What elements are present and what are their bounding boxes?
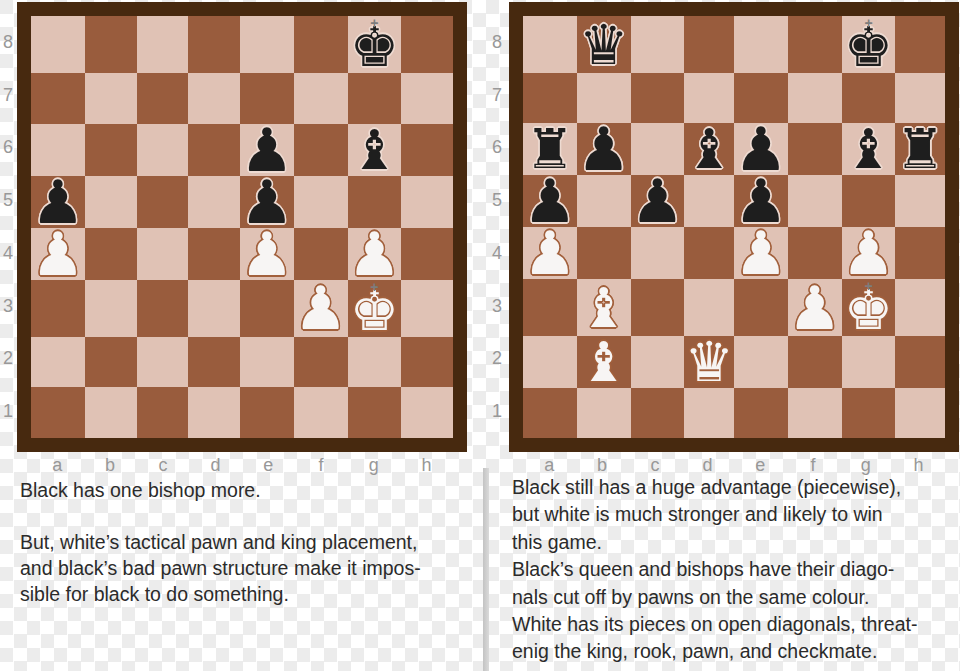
square-b7 bbox=[577, 73, 631, 123]
square-f7 bbox=[294, 73, 348, 124]
caption-line: nals cut off by pawns on the same colour… bbox=[512, 584, 958, 611]
square-g5 bbox=[842, 175, 896, 227]
square-c2 bbox=[137, 337, 189, 388]
white-king: ♚ bbox=[350, 285, 399, 337]
king-cross-marker: + bbox=[348, 280, 402, 294]
black-pawn: ♟ bbox=[631, 175, 685, 227]
black-pawn: ♟ bbox=[734, 123, 788, 175]
square-c7 bbox=[137, 73, 189, 124]
square-b6 bbox=[85, 124, 137, 176]
black-king: ♚ bbox=[844, 21, 893, 73]
square-h7 bbox=[895, 73, 945, 123]
square-c2 bbox=[631, 336, 685, 388]
square-g6: ♝ bbox=[348, 124, 402, 176]
white-pawn: ♟ bbox=[523, 227, 577, 279]
square-c6 bbox=[631, 123, 685, 175]
rank-label-2: 2 bbox=[488, 333, 506, 386]
square-d1 bbox=[684, 388, 734, 438]
black-rook: ♜ bbox=[896, 123, 945, 175]
caption-line: enig the king, rook, pawn, and checkmate… bbox=[512, 638, 958, 665]
square-d4 bbox=[188, 228, 240, 280]
caption-line: But, white’s tactical pawn and king plac… bbox=[20, 529, 482, 555]
square-d2 bbox=[188, 337, 240, 388]
rank-labels-left: 87654321 bbox=[0, 16, 16, 438]
rank-label-8: 8 bbox=[488, 16, 506, 69]
white-pawn: ♟ bbox=[31, 228, 85, 280]
rank-label-7: 7 bbox=[488, 69, 506, 122]
square-g2 bbox=[348, 337, 402, 388]
rank-labels-right: 87654321 bbox=[488, 16, 506, 438]
square-h2 bbox=[895, 336, 945, 388]
file-label-d: d bbox=[189, 453, 242, 477]
chess-board-right: ♛♚+♜♟♝♟♝♜♟♟♟♟♟♟♝♟♚+♝♛ bbox=[509, 2, 959, 452]
square-c8 bbox=[137, 16, 189, 73]
file-label-e: e bbox=[242, 453, 295, 477]
square-f4 bbox=[294, 228, 348, 280]
caption-line: but white is much stronger and likely to… bbox=[512, 501, 958, 528]
square-d6: ♝ bbox=[684, 123, 734, 175]
square-g3: ♚+ bbox=[842, 279, 896, 336]
square-f8 bbox=[294, 16, 348, 73]
file-label-b: b bbox=[84, 453, 137, 477]
square-g3: ♚+ bbox=[348, 280, 402, 337]
square-e3 bbox=[734, 279, 788, 336]
square-f2 bbox=[294, 337, 348, 388]
left-caption: Black has one bishop more. But, white’s … bbox=[20, 477, 482, 607]
square-h3 bbox=[895, 279, 945, 336]
square-h1 bbox=[895, 388, 945, 438]
square-a1 bbox=[31, 387, 85, 438]
king-cross-marker: + bbox=[348, 16, 402, 30]
square-b2 bbox=[85, 337, 137, 388]
square-b8: ♛ bbox=[577, 16, 631, 73]
square-d7 bbox=[684, 73, 734, 123]
white-bishop: ♝ bbox=[579, 282, 628, 334]
square-d3 bbox=[684, 279, 734, 336]
caption-line: Black still has a huge advantage (piecew… bbox=[512, 474, 958, 501]
rank-label-2: 2 bbox=[0, 333, 16, 386]
file-labels-left: abcdefgh bbox=[31, 453, 453, 477]
square-b4 bbox=[85, 228, 137, 280]
square-e4: ♟ bbox=[734, 227, 788, 279]
square-d7 bbox=[188, 73, 240, 124]
square-h4 bbox=[401, 228, 453, 280]
right-caption: Black still has a huge advantage (piecew… bbox=[512, 474, 958, 666]
caption-line: White has its pieces on open diagonals, … bbox=[512, 611, 958, 638]
black-pawn: ♟ bbox=[31, 176, 85, 228]
king-cross-marker: + bbox=[842, 16, 896, 30]
square-c1 bbox=[631, 388, 685, 438]
square-a8 bbox=[523, 16, 577, 73]
square-c8 bbox=[631, 16, 685, 73]
square-f7 bbox=[788, 73, 842, 123]
left-board-block: ♚+♟♝♟♟♟♟♟♟♚+ 87654321 abcdefgh bbox=[17, 2, 467, 452]
square-e5: ♟ bbox=[240, 176, 294, 228]
square-c5 bbox=[137, 176, 189, 228]
square-h2 bbox=[401, 337, 453, 388]
square-h3 bbox=[401, 280, 453, 337]
square-b3 bbox=[85, 280, 137, 337]
square-a4: ♟ bbox=[31, 228, 85, 280]
square-b1 bbox=[85, 387, 137, 438]
rank-label-8: 8 bbox=[0, 16, 16, 69]
square-d5 bbox=[188, 176, 240, 228]
square-g6: ♝ bbox=[842, 123, 896, 175]
square-f8 bbox=[788, 16, 842, 73]
square-f3: ♟ bbox=[788, 279, 842, 336]
black-pawn: ♟ bbox=[734, 175, 788, 227]
rank-label-7: 7 bbox=[0, 69, 16, 122]
square-e8 bbox=[734, 16, 788, 73]
square-c4 bbox=[631, 227, 685, 279]
square-h1 bbox=[401, 387, 453, 438]
square-f1 bbox=[294, 387, 348, 438]
square-d8 bbox=[684, 16, 734, 73]
square-e5: ♟ bbox=[734, 175, 788, 227]
right-board-block: ♛♚+♜♟♝♟♝♜♟♟♟♟♟♟♝♟♚+♝♛ 87654321 abcdefgh bbox=[509, 2, 959, 452]
file-label-a: a bbox=[31, 453, 84, 477]
white-bishop: ♝ bbox=[579, 336, 628, 388]
square-h6: ♜ bbox=[895, 123, 945, 175]
square-h4 bbox=[895, 227, 945, 279]
square-a6: ♜ bbox=[523, 123, 577, 175]
square-d8 bbox=[188, 16, 240, 73]
square-c4 bbox=[137, 228, 189, 280]
square-c3 bbox=[137, 280, 189, 337]
white-queen: ♛ bbox=[685, 336, 734, 388]
square-e2 bbox=[734, 336, 788, 388]
black-queen: ♛ bbox=[579, 19, 628, 71]
square-h6 bbox=[401, 124, 453, 176]
square-g8: ♚+ bbox=[842, 16, 896, 73]
square-h8 bbox=[895, 16, 945, 73]
square-e6: ♟ bbox=[240, 124, 294, 176]
white-pawn: ♟ bbox=[842, 227, 896, 279]
square-b4 bbox=[577, 227, 631, 279]
square-e1 bbox=[734, 388, 788, 438]
file-label-c: c bbox=[137, 453, 190, 477]
square-a8 bbox=[31, 16, 85, 73]
square-h8 bbox=[401, 16, 453, 73]
square-b1 bbox=[577, 388, 631, 438]
black-bishop: ♝ bbox=[350, 124, 399, 176]
square-e4: ♟ bbox=[240, 228, 294, 280]
white-pawn: ♟ bbox=[294, 282, 348, 334]
square-c3 bbox=[631, 279, 685, 336]
square-g1 bbox=[842, 388, 896, 438]
black-pawn: ♟ bbox=[240, 176, 294, 228]
rank-label-3: 3 bbox=[0, 280, 16, 333]
caption-line: sible for black to do something. bbox=[20, 581, 482, 607]
square-f6 bbox=[788, 123, 842, 175]
file-label-f: f bbox=[295, 453, 348, 477]
square-f4 bbox=[788, 227, 842, 279]
square-a1 bbox=[523, 388, 577, 438]
caption-line: Black has one bishop more. bbox=[20, 477, 482, 503]
white-pawn: ♟ bbox=[240, 228, 294, 280]
square-g4: ♟ bbox=[348, 228, 402, 280]
square-d6 bbox=[188, 124, 240, 176]
rank-label-5: 5 bbox=[0, 174, 16, 227]
white-pawn: ♟ bbox=[734, 227, 788, 279]
square-g1 bbox=[348, 387, 402, 438]
black-king: ♚ bbox=[350, 21, 399, 73]
rank-label-5: 5 bbox=[488, 174, 506, 227]
square-g8: ♚+ bbox=[348, 16, 402, 73]
caption-line bbox=[20, 503, 482, 529]
square-c5: ♟ bbox=[631, 175, 685, 227]
square-a2 bbox=[523, 336, 577, 388]
square-d2: ♛ bbox=[684, 336, 734, 388]
chess-board-left: ♚+♟♝♟♟♟♟♟♟♚+ bbox=[17, 2, 467, 452]
square-b3: ♝ bbox=[577, 279, 631, 336]
square-e1 bbox=[240, 387, 294, 438]
square-h7 bbox=[401, 73, 453, 124]
square-d4 bbox=[684, 227, 734, 279]
square-e6: ♟ bbox=[734, 123, 788, 175]
black-pawn: ♟ bbox=[523, 175, 577, 227]
square-a3 bbox=[523, 279, 577, 336]
square-f5 bbox=[294, 176, 348, 228]
square-f1 bbox=[788, 388, 842, 438]
black-rook: ♜ bbox=[525, 123, 574, 175]
square-b8 bbox=[85, 16, 137, 73]
square-a4: ♟ bbox=[523, 227, 577, 279]
square-d3 bbox=[188, 280, 240, 337]
square-b5 bbox=[577, 175, 631, 227]
square-c1 bbox=[137, 387, 189, 438]
square-a7 bbox=[523, 73, 577, 123]
square-d5 bbox=[684, 175, 734, 227]
rank-label-1: 1 bbox=[488, 385, 506, 438]
square-g5 bbox=[348, 176, 402, 228]
rank-label-6: 6 bbox=[488, 122, 506, 175]
rank-label-1: 1 bbox=[0, 385, 16, 438]
black-pawn: ♟ bbox=[240, 124, 294, 176]
square-e8 bbox=[240, 16, 294, 73]
square-a3 bbox=[31, 280, 85, 337]
rank-label-6: 6 bbox=[0, 122, 16, 175]
square-f2 bbox=[788, 336, 842, 388]
caption-divider bbox=[483, 468, 489, 671]
king-cross-marker: + bbox=[842, 279, 896, 293]
square-h5 bbox=[895, 175, 945, 227]
caption-line: and black’s bad pawn structure make it i… bbox=[20, 555, 482, 581]
caption-line: this game. bbox=[512, 529, 958, 556]
rank-label-4: 4 bbox=[488, 227, 506, 280]
square-a5: ♟ bbox=[523, 175, 577, 227]
square-g2 bbox=[842, 336, 896, 388]
square-f6 bbox=[294, 124, 348, 176]
square-b7 bbox=[85, 73, 137, 124]
square-g4: ♟ bbox=[842, 227, 896, 279]
square-a6 bbox=[31, 124, 85, 176]
square-f5 bbox=[788, 175, 842, 227]
black-bishop: ♝ bbox=[844, 123, 893, 175]
square-g7 bbox=[348, 73, 402, 124]
square-f3: ♟ bbox=[294, 280, 348, 337]
square-g7 bbox=[842, 73, 896, 123]
square-c6 bbox=[137, 124, 189, 176]
file-label-g: g bbox=[348, 453, 401, 477]
square-e7 bbox=[734, 73, 788, 123]
square-e3 bbox=[240, 280, 294, 337]
black-bishop: ♝ bbox=[685, 123, 734, 175]
square-e7 bbox=[240, 73, 294, 124]
screenshot-canvas: ♚+♟♝♟♟♟♟♟♟♚+ 87654321 abcdefgh ♛♚+♜♟♝♟♝♜… bbox=[0, 0, 960, 671]
rank-label-4: 4 bbox=[0, 227, 16, 280]
square-a5: ♟ bbox=[31, 176, 85, 228]
square-b6: ♟ bbox=[577, 123, 631, 175]
square-e2 bbox=[240, 337, 294, 388]
square-c7 bbox=[631, 73, 685, 123]
square-d1 bbox=[188, 387, 240, 438]
square-h5 bbox=[401, 176, 453, 228]
caption-line: Black’s queen and bishops have their dia… bbox=[512, 556, 958, 583]
square-b5 bbox=[85, 176, 137, 228]
file-label-h: h bbox=[400, 453, 453, 477]
black-pawn: ♟ bbox=[577, 123, 631, 175]
white-pawn: ♟ bbox=[348, 228, 402, 280]
square-a7 bbox=[31, 73, 85, 124]
square-a2 bbox=[31, 337, 85, 388]
square-b2: ♝ bbox=[577, 336, 631, 388]
rank-label-3: 3 bbox=[488, 280, 506, 333]
white-king: ♚ bbox=[844, 284, 893, 336]
white-pawn: ♟ bbox=[788, 282, 842, 334]
